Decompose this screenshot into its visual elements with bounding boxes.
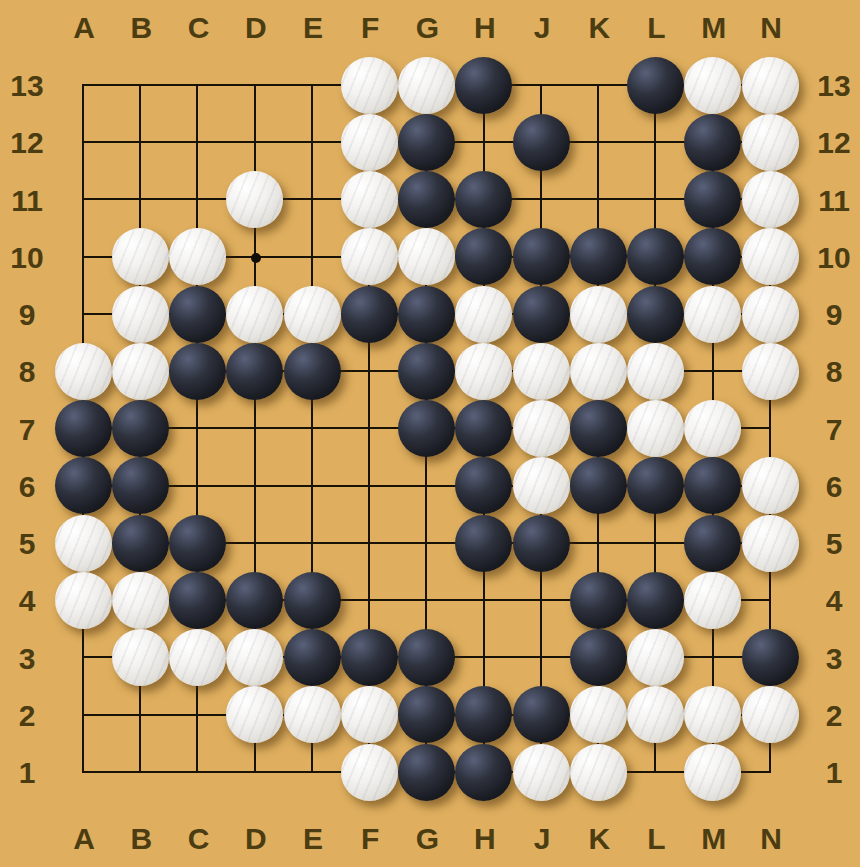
intersection-B4[interactable] <box>112 572 169 629</box>
intersection-B7[interactable] <box>112 400 169 457</box>
row-label-right-5: 5 <box>826 527 843 561</box>
intersection-D9[interactable] <box>226 285 283 342</box>
intersection-N12[interactable] <box>741 114 798 171</box>
intersection-C11[interactable] <box>169 171 226 228</box>
intersection-B3[interactable] <box>112 629 169 686</box>
intersection-N10[interactable] <box>741 228 798 285</box>
black-stone-B6 <box>112 457 169 514</box>
white-stone-F1 <box>341 744 398 801</box>
intersection-F11[interactable] <box>341 171 398 228</box>
white-stone-N6 <box>742 457 799 514</box>
intersection-A9[interactable] <box>54 285 111 342</box>
row-label-right-10: 10 <box>817 241 850 275</box>
white-stone-D2 <box>226 686 283 743</box>
intersection-M11[interactable] <box>684 171 741 228</box>
black-stone-H1 <box>455 744 512 801</box>
black-stone-E3 <box>284 629 341 686</box>
intersection-J13[interactable] <box>512 56 569 113</box>
intersection-M7[interactable] <box>684 400 741 457</box>
intersection-L12[interactable] <box>627 114 684 171</box>
white-stone-E2 <box>284 686 341 743</box>
intersection-H9[interactable] <box>455 285 512 342</box>
intersection-N8[interactable] <box>741 343 798 400</box>
intersection-H6[interactable] <box>455 457 512 514</box>
col-label-top-L: L <box>647 11 665 45</box>
white-stone-J8 <box>513 343 570 400</box>
intersection-N2[interactable] <box>741 686 798 743</box>
white-stone-C10 <box>169 228 226 285</box>
intersection-A13[interactable] <box>54 56 111 113</box>
row-label-right-4: 4 <box>826 584 843 618</box>
black-stone-D4 <box>226 572 283 629</box>
col-label-top-H: H <box>474 11 496 45</box>
intersection-E13[interactable] <box>283 56 340 113</box>
intersection-A11[interactable] <box>54 171 111 228</box>
intersection-G7[interactable] <box>398 400 455 457</box>
black-stone-G8 <box>398 343 455 400</box>
white-stone-J6 <box>513 457 570 514</box>
black-stone-L10 <box>627 228 684 285</box>
col-label-bottom-B: B <box>130 822 152 856</box>
black-stone-A6 <box>55 457 112 514</box>
intersection-F6[interactable] <box>341 457 398 514</box>
row-label-right-3: 3 <box>826 642 843 676</box>
col-label-bottom-J: J <box>534 822 551 856</box>
black-stone-K3 <box>570 629 627 686</box>
white-stone-H8 <box>455 343 512 400</box>
intersection-A5[interactable] <box>54 514 111 571</box>
intersection-B13[interactable] <box>112 56 169 113</box>
row-label-left-9: 9 <box>19 298 36 332</box>
white-stone-L8 <box>627 343 684 400</box>
intersection-K9[interactable] <box>570 285 627 342</box>
intersection-B5[interactable] <box>112 514 169 571</box>
row-label-left-11: 11 <box>11 184 43 218</box>
white-stone-M1 <box>684 744 741 801</box>
black-stone-C4 <box>169 572 226 629</box>
white-stone-L7 <box>627 400 684 457</box>
row-label-left-2: 2 <box>19 699 36 733</box>
row-label-right-13: 13 <box>817 69 850 103</box>
white-stone-A5 <box>55 515 112 572</box>
black-stone-E4 <box>284 572 341 629</box>
intersection-E3[interactable] <box>283 629 340 686</box>
black-stone-G9 <box>398 286 455 343</box>
intersection-F2[interactable] <box>341 686 398 743</box>
intersection-C9[interactable] <box>169 285 226 342</box>
col-label-bottom-M: M <box>701 822 726 856</box>
intersection-B1[interactable] <box>112 743 169 800</box>
intersection-H2[interactable] <box>455 686 512 743</box>
white-stone-N2 <box>742 686 799 743</box>
row-label-right-1: 1 <box>826 756 843 790</box>
intersection-M5[interactable] <box>684 514 741 571</box>
col-label-top-B: B <box>130 11 152 45</box>
col-label-top-J: J <box>534 11 551 45</box>
col-label-bottom-D: D <box>245 822 267 856</box>
intersection-L6[interactable] <box>627 457 684 514</box>
intersection-A3[interactable] <box>54 629 111 686</box>
row-label-left-1: 1 <box>19 756 36 790</box>
intersection-M1[interactable] <box>684 743 741 800</box>
intersection-D3[interactable] <box>226 629 283 686</box>
intersection-L4[interactable] <box>627 572 684 629</box>
intersection-H10[interactable] <box>455 228 512 285</box>
row-label-left-6: 6 <box>19 470 36 504</box>
black-stone-L4 <box>627 572 684 629</box>
white-stone-F11 <box>341 171 398 228</box>
white-stone-B8 <box>112 343 169 400</box>
white-stone-N10 <box>742 228 799 285</box>
intersection-F4[interactable] <box>341 572 398 629</box>
white-stone-D3 <box>226 629 283 686</box>
intersection-G13[interactable] <box>398 56 455 113</box>
intersection-K5[interactable] <box>570 514 627 571</box>
black-stone-K10 <box>570 228 627 285</box>
intersection-E2[interactable] <box>283 686 340 743</box>
col-label-bottom-A: A <box>73 822 95 856</box>
intersection-M2[interactable] <box>684 686 741 743</box>
intersection-J11[interactable] <box>512 171 569 228</box>
intersection-D7[interactable] <box>226 400 283 457</box>
white-stone-B10 <box>112 228 169 285</box>
black-stone-H7 <box>455 400 512 457</box>
row-label-left-4: 4 <box>19 584 36 618</box>
black-stone-J12 <box>513 114 570 171</box>
intersection-H4[interactable] <box>455 572 512 629</box>
black-stone-J5 <box>513 515 570 572</box>
col-label-top-N: N <box>760 11 782 45</box>
intersection-L1[interactable] <box>627 743 684 800</box>
intersection-G11[interactable] <box>398 171 455 228</box>
intersection-H3[interactable] <box>455 629 512 686</box>
intersection-B8[interactable] <box>112 343 169 400</box>
white-stone-N12 <box>742 114 799 171</box>
intersection-J9[interactable] <box>512 285 569 342</box>
intersection-K12[interactable] <box>570 114 627 171</box>
white-stone-D9 <box>226 286 283 343</box>
intersection-L10[interactable] <box>627 228 684 285</box>
intersection-N4[interactable] <box>741 572 798 629</box>
col-label-top-K: K <box>588 11 610 45</box>
black-stone-J10 <box>513 228 570 285</box>
intersection-A7[interactable] <box>54 400 111 457</box>
intersection-J10[interactable] <box>512 228 569 285</box>
col-label-bottom-G: G <box>416 822 439 856</box>
intersection-K7[interactable] <box>570 400 627 457</box>
intersection-J2[interactable] <box>512 686 569 743</box>
black-stone-K4 <box>570 572 627 629</box>
intersection-F9[interactable] <box>341 285 398 342</box>
intersection-D10[interactable] <box>226 228 283 285</box>
white-stone-L2 <box>627 686 684 743</box>
white-stone-N11 <box>742 171 799 228</box>
intersection-A10[interactable] <box>54 228 111 285</box>
black-stone-G12 <box>398 114 455 171</box>
intersection-D13[interactable] <box>226 56 283 113</box>
intersection-F5[interactable] <box>341 514 398 571</box>
black-stone-D8 <box>226 343 283 400</box>
white-stone-N8 <box>742 343 799 400</box>
intersection-H12[interactable] <box>455 114 512 171</box>
intersection-K10[interactable] <box>570 228 627 285</box>
intersection-B12[interactable] <box>112 114 169 171</box>
intersection-M3[interactable] <box>684 629 741 686</box>
intersection-E5[interactable] <box>283 514 340 571</box>
black-stone-M10 <box>684 228 741 285</box>
intersection-H7[interactable] <box>455 400 512 457</box>
intersection-F12[interactable] <box>341 114 398 171</box>
white-stone-M4 <box>684 572 741 629</box>
intersection-D1[interactable] <box>226 743 283 800</box>
intersection-E11[interactable] <box>283 171 340 228</box>
intersection-F13[interactable] <box>341 56 398 113</box>
white-stone-G10 <box>398 228 455 285</box>
intersection-G8[interactable] <box>398 343 455 400</box>
intersection-L3[interactable] <box>627 629 684 686</box>
row-label-left-7: 7 <box>19 413 36 447</box>
row-label-left-12: 12 <box>10 126 43 160</box>
intersection-L13[interactable] <box>627 56 684 113</box>
row-label-right-12: 12 <box>817 126 850 160</box>
white-stone-J1 <box>513 744 570 801</box>
black-stone-G11 <box>398 171 455 228</box>
intersection-N7[interactable] <box>741 400 798 457</box>
intersection-K4[interactable] <box>570 572 627 629</box>
white-stone-M2 <box>684 686 741 743</box>
intersection-K2[interactable] <box>570 686 627 743</box>
black-stone-G7 <box>398 400 455 457</box>
intersection-N9[interactable] <box>741 285 798 342</box>
intersection-L5[interactable] <box>627 514 684 571</box>
intersection-C6[interactable] <box>169 457 226 514</box>
intersection-M9[interactable] <box>684 285 741 342</box>
intersection-K8[interactable] <box>570 343 627 400</box>
black-stone-J2 <box>513 686 570 743</box>
intersection-A1[interactable] <box>54 743 111 800</box>
black-stone-M6 <box>684 457 741 514</box>
row-label-right-7: 7 <box>826 413 843 447</box>
intersection-J4[interactable] <box>512 572 569 629</box>
intersection-J6[interactable] <box>512 457 569 514</box>
intersection-D8[interactable] <box>226 343 283 400</box>
intersection-G12[interactable] <box>398 114 455 171</box>
black-stone-E8 <box>284 343 341 400</box>
black-stone-G1 <box>398 744 455 801</box>
intersection-A12[interactable] <box>54 114 111 171</box>
white-stone-B9 <box>112 286 169 343</box>
intersection-C1[interactable] <box>169 743 226 800</box>
intersection-M4[interactable] <box>684 572 741 629</box>
intersection-E12[interactable] <box>283 114 340 171</box>
intersection-N11[interactable] <box>741 171 798 228</box>
intersection-C8[interactable] <box>169 343 226 400</box>
intersection-C7[interactable] <box>169 400 226 457</box>
intersection-J12[interactable] <box>512 114 569 171</box>
black-stone-A7 <box>55 400 112 457</box>
black-stone-C5 <box>169 515 226 572</box>
intersection-E1[interactable] <box>283 743 340 800</box>
intersection-J5[interactable] <box>512 514 569 571</box>
white-stone-K9 <box>570 286 627 343</box>
intersection-C12[interactable] <box>169 114 226 171</box>
black-stone-L13 <box>627 57 684 114</box>
intersection-G1[interactable] <box>398 743 455 800</box>
intersection-D5[interactable] <box>226 514 283 571</box>
intersection-A4[interactable] <box>54 572 111 629</box>
col-label-bottom-H: H <box>474 822 496 856</box>
black-stone-C8 <box>169 343 226 400</box>
intersection-B11[interactable] <box>112 171 169 228</box>
intersection-F10[interactable] <box>341 228 398 285</box>
intersection-A2[interactable] <box>54 686 111 743</box>
col-label-top-G: G <box>416 11 439 45</box>
row-label-right-9: 9 <box>826 298 843 332</box>
white-stone-G13 <box>398 57 455 114</box>
intersection-D4[interactable] <box>226 572 283 629</box>
intersection-M8[interactable] <box>684 343 741 400</box>
intersection-L7[interactable] <box>627 400 684 457</box>
intersection-H13[interactable] <box>455 56 512 113</box>
intersection-B6[interactable] <box>112 457 169 514</box>
intersection-M10[interactable] <box>684 228 741 285</box>
intersection-K11[interactable] <box>570 171 627 228</box>
black-stone-H10 <box>455 228 512 285</box>
intersection-D12[interactable] <box>226 114 283 171</box>
white-stone-C3 <box>169 629 226 686</box>
black-stone-J9 <box>513 286 570 343</box>
intersection-A8[interactable] <box>54 343 111 400</box>
intersection-D6[interactable] <box>226 457 283 514</box>
white-stone-M13 <box>684 57 741 114</box>
col-label-top-E: E <box>303 11 323 45</box>
intersection-E7[interactable] <box>283 400 340 457</box>
intersection-L9[interactable] <box>627 285 684 342</box>
intersection-C10[interactable] <box>169 228 226 285</box>
white-stone-F13 <box>341 57 398 114</box>
black-stone-M5 <box>684 515 741 572</box>
white-stone-F10 <box>341 228 398 285</box>
intersection-C13[interactable] <box>169 56 226 113</box>
intersection-G3[interactable] <box>398 629 455 686</box>
intersection-B9[interactable] <box>112 285 169 342</box>
row-label-left-13: 13 <box>10 69 43 103</box>
white-stone-L3 <box>627 629 684 686</box>
intersection-B10[interactable] <box>112 228 169 285</box>
intersection-B2[interactable] <box>112 686 169 743</box>
intersection-G4[interactable] <box>398 572 455 629</box>
col-label-top-A: A <box>73 11 95 45</box>
white-stone-D11 <box>226 171 283 228</box>
intersection-E10[interactable] <box>283 228 340 285</box>
intersection-F3[interactable] <box>341 629 398 686</box>
intersection-G5[interactable] <box>398 514 455 571</box>
row-label-left-8: 8 <box>19 355 36 389</box>
black-stone-M11 <box>684 171 741 228</box>
intersection-A6[interactable] <box>54 457 111 514</box>
black-stone-L6 <box>627 457 684 514</box>
intersection-D2[interactable] <box>226 686 283 743</box>
white-stone-N5 <box>742 515 799 572</box>
intersection-J7[interactable] <box>512 400 569 457</box>
intersection-H5[interactable] <box>455 514 512 571</box>
intersection-C3[interactable] <box>169 629 226 686</box>
intersection-H11[interactable] <box>455 171 512 228</box>
row-label-right-2: 2 <box>826 699 843 733</box>
black-stone-N3 <box>742 629 799 686</box>
intersection-N13[interactable] <box>741 56 798 113</box>
black-stone-G2 <box>398 686 455 743</box>
black-stone-L9 <box>627 286 684 343</box>
black-stone-K7 <box>570 400 627 457</box>
intersection-G10[interactable] <box>398 228 455 285</box>
black-stone-B5 <box>112 515 169 572</box>
white-stone-B3 <box>112 629 169 686</box>
row-label-right-11: 11 <box>818 184 850 218</box>
intersection-N5[interactable] <box>741 514 798 571</box>
intersection-N3[interactable] <box>741 629 798 686</box>
intersection-L8[interactable] <box>627 343 684 400</box>
intersection-G2[interactable] <box>398 686 455 743</box>
intersection-N6[interactable] <box>741 457 798 514</box>
white-stone-J7 <box>513 400 570 457</box>
black-stone-M12 <box>684 114 741 171</box>
black-stone-F3 <box>341 629 398 686</box>
intersection-C2[interactable] <box>169 686 226 743</box>
intersection-L2[interactable] <box>627 686 684 743</box>
black-stone-H5 <box>455 515 512 572</box>
black-stone-F9 <box>341 286 398 343</box>
intersection-E6[interactable] <box>283 457 340 514</box>
intersection-N1[interactable] <box>741 743 798 800</box>
intersection-J3[interactable] <box>512 629 569 686</box>
intersection-F8[interactable] <box>341 343 398 400</box>
intersection-M6[interactable] <box>684 457 741 514</box>
intersection-K3[interactable] <box>570 629 627 686</box>
intersection-J1[interactable] <box>512 743 569 800</box>
intersection-K1[interactable] <box>570 743 627 800</box>
row-label-left-5: 5 <box>19 527 36 561</box>
intersection-E4[interactable] <box>283 572 340 629</box>
intersection-G9[interactable] <box>398 285 455 342</box>
col-label-bottom-L: L <box>647 822 665 856</box>
intersection-F1[interactable] <box>341 743 398 800</box>
intersection-K13[interactable] <box>570 56 627 113</box>
intersection-J8[interactable] <box>512 343 569 400</box>
intersection-H1[interactable] <box>455 743 512 800</box>
white-stone-A4 <box>55 572 112 629</box>
white-stone-F12 <box>341 114 398 171</box>
intersection-C5[interactable] <box>169 514 226 571</box>
intersection-F7[interactable] <box>341 400 398 457</box>
intersection-H8[interactable] <box>455 343 512 400</box>
white-stone-H9 <box>455 286 512 343</box>
col-label-bottom-C: C <box>188 822 210 856</box>
intersection-E9[interactable] <box>283 285 340 342</box>
intersection-E8[interactable] <box>283 343 340 400</box>
intersection-M12[interactable] <box>684 114 741 171</box>
black-stone-H11 <box>455 171 512 228</box>
intersection-C4[interactable] <box>169 572 226 629</box>
col-label-bottom-E: E <box>303 822 323 856</box>
black-stone-C9 <box>169 286 226 343</box>
intersection-G6[interactable] <box>398 457 455 514</box>
black-stone-K6 <box>570 457 627 514</box>
intersection-K6[interactable] <box>570 457 627 514</box>
intersection-L11[interactable] <box>627 171 684 228</box>
intersection-D11[interactable] <box>226 171 283 228</box>
intersection-M13[interactable] <box>684 56 741 113</box>
